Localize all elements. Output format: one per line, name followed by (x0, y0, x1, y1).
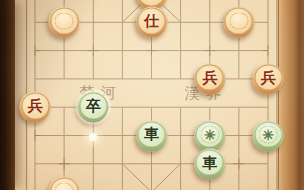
facedown-ring-icon (55, 182, 74, 190)
piece-face-hidden (225, 8, 253, 35)
piece-red-hidden[interactable] (223, 7, 254, 38)
piece-glyph: 卒 (86, 98, 101, 113)
piece-red-hidden[interactable] (49, 7, 80, 38)
facedown-ring-icon (229, 12, 248, 30)
piece-red-soldier[interactable]: 兵 (20, 92, 51, 123)
piece-green-hidden[interactable]: ✳ (253, 120, 284, 151)
xiangqi-board: 楚河 漢界 帥仕兵兵兵卒車✳✳車 (0, 0, 304, 190)
piece-red-advisor[interactable]: 仕 (136, 7, 167, 38)
piece-face: 兵 (196, 64, 224, 91)
piece-glyph: 兵 (261, 70, 276, 85)
piece-glyph: 仕 (144, 14, 159, 29)
piece-face: 車 (138, 121, 166, 148)
piece-green-chariot[interactable]: 車 (194, 148, 225, 179)
piece-face: 兵 (21, 93, 49, 120)
facedown-ring-icon (259, 126, 278, 144)
facedown-ring-icon (55, 12, 74, 30)
piece-face-hidden (50, 8, 78, 35)
piece-red-soldier[interactable]: 兵 (194, 63, 225, 94)
piece-face-hidden: ✳ (254, 121, 282, 148)
piece-face: 兵 (254, 64, 282, 91)
piece-red-soldier[interactable]: 兵 (253, 63, 284, 94)
piece-green-hidden[interactable]: ✳ (194, 120, 225, 151)
piece-green-soldier[interactable]: 卒 (78, 92, 109, 123)
piece-green-chariot[interactable]: 車 (136, 120, 167, 151)
piece-glyph: 兵 (28, 98, 43, 113)
piece-glyph: 兵 (202, 70, 217, 85)
pieces-layer: 帥仕兵兵兵卒車✳✳車 (0, 0, 304, 190)
piece-face-hidden: ✳ (196, 121, 224, 148)
piece-glyph: 車 (144, 127, 159, 142)
piece-face: 仕 (138, 8, 166, 35)
facedown-ring-icon (200, 126, 219, 144)
piece-glyph: 車 (202, 155, 217, 170)
piece-face: 卒 (79, 93, 107, 120)
piece-red-hidden[interactable] (49, 177, 80, 190)
piece-face: 車 (196, 149, 224, 176)
last-move-marker (89, 133, 98, 142)
